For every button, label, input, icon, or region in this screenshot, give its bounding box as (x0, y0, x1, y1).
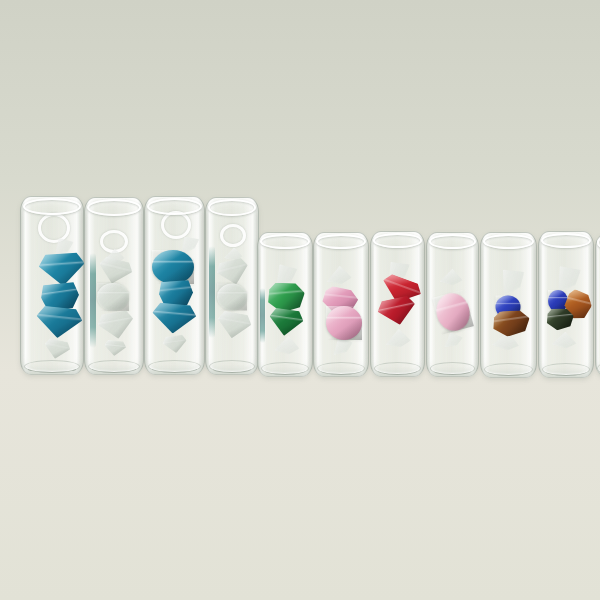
glass-spiral-curl (220, 224, 246, 247)
glass-spiral-streak (260, 288, 265, 343)
teal-gem (34, 304, 83, 341)
gem-facet-highlight (162, 333, 188, 354)
tube-rim (208, 199, 257, 216)
tube-rim (429, 234, 477, 249)
glass-tube-green (257, 232, 313, 377)
glass-twist-highlight (551, 329, 578, 351)
tube-rim (260, 234, 311, 249)
tube-base (148, 360, 201, 373)
tube-base (374, 362, 422, 375)
teal-gem (152, 250, 194, 284)
glass-tube-clear (595, 233, 600, 377)
tube-rim (316, 234, 367, 249)
clear-gem (103, 339, 127, 357)
tube-base (88, 360, 140, 373)
tube-base (430, 362, 476, 375)
glass-tube-teal (144, 196, 205, 375)
gem-facet-highlight (34, 304, 83, 341)
glass-twist-highlight (274, 333, 302, 357)
gem-facet-highlight (548, 290, 568, 312)
clear-gem (215, 309, 253, 341)
tube-base (209, 360, 256, 373)
glass-twist-highlight (439, 266, 464, 287)
tube-base (24, 360, 80, 373)
pink-gem (326, 306, 362, 340)
glass-tube-blue-amber (480, 232, 537, 378)
gem-facet-highlight (215, 309, 253, 341)
clear-gem (217, 284, 247, 311)
glass-twist-highlight (386, 327, 413, 349)
clear-gem (97, 283, 129, 311)
glass-tube-teal (20, 196, 84, 375)
green-gem (267, 306, 305, 338)
gem-facet-highlight (96, 308, 136, 342)
gem-facet-highlight (267, 306, 305, 338)
red-gem (376, 293, 419, 328)
gem-facet-highlight (217, 284, 247, 311)
product-photo (0, 0, 600, 600)
tube-base (484, 363, 534, 376)
glass-twist-highlight (492, 261, 530, 297)
tube-base (261, 362, 310, 375)
gem-facet-highlight (103, 339, 127, 357)
tube-rim (23, 198, 81, 215)
teal-gem (151, 301, 198, 336)
glass-spiral-streak (90, 253, 96, 348)
glass-spiral-curl (38, 213, 70, 243)
gem-facet-highlight (152, 250, 194, 284)
gem-facet-highlight (42, 337, 72, 362)
tube-rim (87, 199, 142, 216)
glass-spiral-streak (209, 246, 215, 338)
glass-tube-clear (84, 197, 144, 375)
clear-gem (162, 333, 188, 354)
teal-gem (38, 250, 86, 287)
tube-base (542, 363, 591, 376)
clear-gem (42, 337, 72, 362)
gem-facet-highlight (151, 301, 198, 336)
light-pink-gem (432, 289, 474, 334)
glass-spiral-curl (100, 230, 128, 253)
green-gem (266, 280, 306, 313)
glass-tube-light-pink (426, 232, 479, 377)
gem-facet-highlight (432, 289, 474, 334)
glass-twist-highlight (269, 259, 300, 287)
gem-facet-highlight (97, 283, 129, 311)
gem-facet-highlight (326, 306, 362, 340)
glass-spiral-curl (161, 211, 191, 239)
tube-rim (483, 234, 535, 249)
glass-tube-blue-amber-dark (538, 231, 594, 378)
glass-twist-highlight (327, 264, 354, 286)
glass-tube-pink (313, 232, 369, 377)
blue-gem (548, 290, 568, 312)
tube-rim (147, 198, 202, 215)
tube-base (317, 362, 366, 375)
glass-tube-red (370, 231, 425, 377)
tube-rim (373, 233, 423, 248)
glass-tube-clear (205, 197, 259, 375)
gem-facet-highlight (376, 293, 419, 328)
gem-facet-highlight (38, 250, 86, 287)
clear-gem (96, 308, 136, 342)
glass-twist-highlight (548, 259, 585, 293)
gem-facet-highlight (266, 280, 306, 313)
tube-rim (541, 233, 592, 248)
